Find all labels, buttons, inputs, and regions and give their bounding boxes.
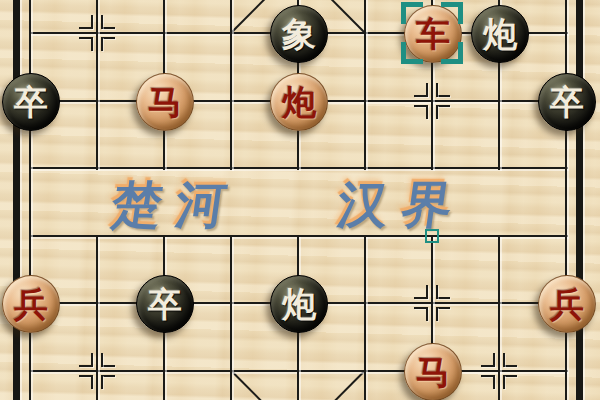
last-move-marker <box>425 229 439 243</box>
piece-glyph: 卒 <box>148 287 182 321</box>
piece-glyph: 兵 <box>550 287 584 321</box>
piece-glyph: 炮 <box>282 85 316 119</box>
selection-corner-icon <box>441 42 463 64</box>
piece-glyph: 卒 <box>14 85 48 119</box>
last-move-corner-icon <box>425 229 432 236</box>
piece-red-horse[interactable]: 马 <box>404 343 462 400</box>
xiangqi-board[interactable]: 楚河 汉界 象车炮卒马炮卒兵卒炮兵马 <box>0 0 600 400</box>
selection-brackets <box>401 2 463 64</box>
last-move-corner-icon <box>432 236 439 243</box>
piece-black-soldier[interactable]: 卒 <box>538 73 596 131</box>
piece-glyph: 炮 <box>483 17 517 51</box>
river-label-han-jie: 汉界 <box>333 172 470 239</box>
piece-red-soldier[interactable]: 兵 <box>2 275 60 333</box>
piece-glyph: 兵 <box>14 287 48 321</box>
piece-black-cannon[interactable]: 炮 <box>471 5 529 63</box>
selection-corner-icon <box>401 2 423 24</box>
piece-black-cannon[interactable]: 炮 <box>270 275 328 333</box>
piece-black-soldier[interactable]: 卒 <box>136 275 194 333</box>
piece-red-cannon[interactable]: 炮 <box>270 73 328 131</box>
piece-black-soldier[interactable]: 卒 <box>2 73 60 131</box>
piece-red-horse[interactable]: 马 <box>136 73 194 131</box>
river-label-chu-he: 楚河 <box>107 172 244 239</box>
piece-glyph: 炮 <box>282 287 316 321</box>
last-move-corner-icon <box>432 229 439 236</box>
last-move-corner-icon <box>425 236 432 243</box>
piece-glyph: 马 <box>148 85 182 119</box>
piece-black-elephant[interactable]: 象 <box>270 5 328 63</box>
piece-glyph: 马 <box>416 355 450 389</box>
piece-red-soldier[interactable]: 兵 <box>538 275 596 333</box>
piece-glyph: 卒 <box>550 85 584 119</box>
selection-corner-icon <box>441 2 463 24</box>
selection-corner-icon <box>401 42 423 64</box>
piece-glyph: 象 <box>282 17 316 51</box>
